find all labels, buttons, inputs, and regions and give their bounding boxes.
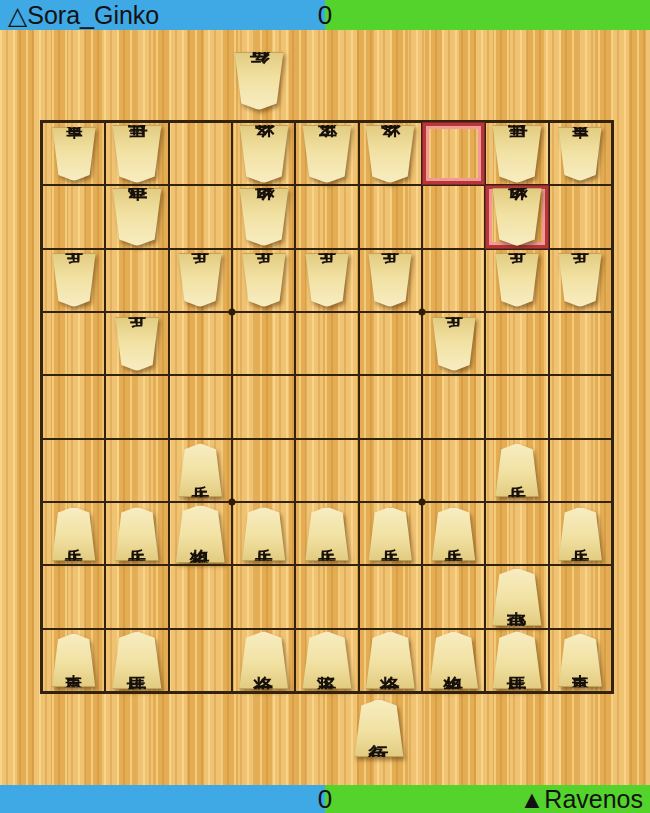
sente-score: 0 xyxy=(0,785,650,813)
board-cell-7-2[interactable] xyxy=(169,185,232,248)
piece-body: 歩兵 xyxy=(114,317,160,371)
piece-body: 歩兵 xyxy=(494,443,540,497)
board-cell-9-9[interactable]: 香車 xyxy=(42,629,105,692)
piece-kanji-label: 歩兵 xyxy=(508,469,526,472)
shogi-piece-sente-king[interactable]: 玉将 xyxy=(301,631,353,689)
piece-body: 歩兵 xyxy=(431,317,477,371)
shogi-piece-gote-pawn[interactable]: 歩兵 xyxy=(494,253,540,307)
board-cell-4-3[interactable]: 歩兵 xyxy=(359,249,422,312)
shogi-piece-sente-rook[interactable]: 飛車 xyxy=(491,568,543,626)
shogi-board: 香車桂馬金将王将金将桂馬香車飛車銀将銀将歩兵歩兵歩兵歩兵歩兵歩兵歩兵歩兵歩兵歩兵… xyxy=(40,120,614,694)
board-cell-7-1[interactable] xyxy=(169,122,232,185)
shogi-piece-sente-knight[interactable]: 桂馬 xyxy=(111,631,163,689)
board-cell-5-2[interactable] xyxy=(295,185,358,248)
piece-body: 角行 xyxy=(233,52,285,110)
board-cell-1-9[interactable]: 香車 xyxy=(549,629,612,692)
board-cell-3-1[interactable] xyxy=(422,122,485,185)
piece-body: 歩兵 xyxy=(51,507,97,561)
piece-kanji-label: 歩兵 xyxy=(255,532,273,535)
board-cell-1-3[interactable]: 歩兵 xyxy=(549,249,612,312)
board-cell-7-3[interactable]: 歩兵 xyxy=(169,249,232,312)
piece-body: 銀将 xyxy=(174,505,226,563)
board-cell-1-5[interactable] xyxy=(549,375,612,438)
piece-kanji-label: 桂馬 xyxy=(127,152,147,155)
board-cell-2-2[interactable]: 銀将 xyxy=(485,185,548,248)
board-cell-8-8[interactable] xyxy=(105,565,168,628)
board-cell-7-4[interactable] xyxy=(169,312,232,375)
piece-kanji-label: 歩兵 xyxy=(255,279,273,282)
board-cell-8-2[interactable]: 飛車 xyxy=(105,185,168,248)
piece-kanji-label: 飛車 xyxy=(507,595,527,598)
piece-body: 歩兵 xyxy=(431,507,477,561)
board-cell-5-3[interactable]: 歩兵 xyxy=(295,249,358,312)
piece-kanji-label: 香車 xyxy=(65,659,83,662)
shogi-piece-gote-pawn[interactable]: 歩兵 xyxy=(367,253,413,307)
board-cell-3-8[interactable] xyxy=(422,565,485,628)
board-cell-3-9[interactable]: 銀将 xyxy=(422,629,485,692)
piece-kanji-label: 歩兵 xyxy=(128,532,146,535)
piece-kanji-label: 歩兵 xyxy=(381,279,399,282)
board-cell-8-7[interactable]: 歩兵 xyxy=(105,502,168,565)
piece-body: 歩兵 xyxy=(241,507,287,561)
piece-kanji-label: 金将 xyxy=(380,659,400,662)
piece-body: 銀将 xyxy=(238,188,290,246)
board-cell-2-1[interactable]: 桂馬 xyxy=(485,122,548,185)
board-cell-8-1[interactable]: 桂馬 xyxy=(105,122,168,185)
board-cell-9-8[interactable] xyxy=(42,565,105,628)
board-star-point xyxy=(419,309,426,316)
shogi-piece-gote-gold[interactable]: 金将 xyxy=(238,125,290,183)
board-cell-4-7[interactable]: 歩兵 xyxy=(359,502,422,565)
piece-body: 玉将 xyxy=(301,631,353,689)
piece-body: 歩兵 xyxy=(304,253,350,307)
board-cell-9-6[interactable] xyxy=(42,439,105,502)
board-cell-2-4[interactable] xyxy=(485,312,548,375)
shogi-piece-sente-knight[interactable]: 桂馬 xyxy=(491,631,543,689)
board-cell-4-6[interactable] xyxy=(359,439,422,502)
board-cell-7-7[interactable]: 銀将 xyxy=(169,502,232,565)
board-cell-4-4[interactable] xyxy=(359,312,422,375)
board-cell-7-9[interactable] xyxy=(169,629,232,692)
bottom-player-bar: ▲Ravenos 0 xyxy=(0,785,650,813)
piece-body: 歩兵 xyxy=(304,507,350,561)
board-cell-8-3[interactable] xyxy=(105,249,168,312)
board-cell-2-6[interactable]: 歩兵 xyxy=(485,439,548,502)
shogi-piece-gote-lance[interactable]: 香車 xyxy=(557,127,603,181)
piece-kanji-label: 歩兵 xyxy=(445,342,463,345)
shogi-piece-sente-silver[interactable]: 銀将 xyxy=(428,631,480,689)
piece-kanji-label: 歩兵 xyxy=(445,532,463,535)
piece-body: 桂馬 xyxy=(491,125,543,183)
piece-kanji-label: 桂馬 xyxy=(507,152,527,155)
shogi-piece-sente-bishop[interactable]: 角行 xyxy=(353,699,405,757)
board-cell-4-9[interactable]: 金将 xyxy=(359,629,422,692)
piece-kanji-label: 歩兵 xyxy=(318,532,336,535)
piece-body: 金将 xyxy=(238,631,290,689)
shogi-piece-sente-pawn[interactable]: 歩兵 xyxy=(51,507,97,561)
board-cell-8-5[interactable] xyxy=(105,375,168,438)
shogi-piece-gote-knight[interactable]: 桂馬 xyxy=(491,125,543,183)
piece-body: 歩兵 xyxy=(367,507,413,561)
piece-body: 飛車 xyxy=(111,188,163,246)
board-cell-6-1[interactable]: 金将 xyxy=(232,122,295,185)
piece-kanji-label: 香車 xyxy=(571,659,589,662)
shogi-piece-gote-pawn[interactable]: 歩兵 xyxy=(304,253,350,307)
board-cell-2-3[interactable]: 歩兵 xyxy=(485,249,548,312)
piece-kanji-label: 角行 xyxy=(369,727,389,730)
piece-body: 飛車 xyxy=(491,568,543,626)
piece-kanji-label: 金将 xyxy=(380,152,400,155)
board-cell-2-9[interactable]: 桂馬 xyxy=(485,629,548,692)
shogi-piece-gote-pawn[interactable]: 歩兵 xyxy=(177,253,223,307)
piece-body: 歩兵 xyxy=(557,253,603,307)
piece-kanji-label: 玉将 xyxy=(317,659,337,662)
shogi-piece-gote-pawn[interactable]: 歩兵 xyxy=(114,317,160,371)
top-player-bar: △Sora_Ginko 0 xyxy=(0,0,650,30)
shogi-piece-gote-gold[interactable]: 金将 xyxy=(364,125,416,183)
shogi-piece-sente-pawn[interactable]: 歩兵 xyxy=(304,507,350,561)
piece-kanji-label: 銀将 xyxy=(444,659,464,662)
board-cell-8-6[interactable] xyxy=(105,439,168,502)
piece-body: 香車 xyxy=(51,633,97,687)
board-cell-9-1[interactable]: 香車 xyxy=(42,122,105,185)
board-cell-8-4[interactable]: 歩兵 xyxy=(105,312,168,375)
shogi-piece-sente-lance[interactable]: 香車 xyxy=(51,633,97,687)
board-cell-5-8[interactable] xyxy=(295,565,358,628)
board-cell-3-7[interactable]: 歩兵 xyxy=(422,502,485,565)
piece-body: 香車 xyxy=(557,127,603,181)
piece-kanji-label: 歩兵 xyxy=(191,469,209,472)
shogi-piece-gote-pawn[interactable]: 歩兵 xyxy=(51,253,97,307)
piece-kanji-label: 角行 xyxy=(249,80,269,83)
piece-kanji-label: 歩兵 xyxy=(571,532,589,535)
shogi-piece-gote-knight[interactable]: 桂馬 xyxy=(111,125,163,183)
piece-kanji-label: 香車 xyxy=(65,152,83,155)
board-cell-3-4[interactable]: 歩兵 xyxy=(422,312,485,375)
board-cell-3-6[interactable] xyxy=(422,439,485,502)
shogi-piece-gote-silver[interactable]: 銀将 xyxy=(238,188,290,246)
piece-body: 歩兵 xyxy=(494,253,540,307)
board-cell-6-4[interactable] xyxy=(232,312,295,375)
shogi-app: △Sora_Ginko 0 角行 香車桂馬金将王将金将桂馬香車飛車銀将銀将歩兵歩… xyxy=(0,0,650,813)
piece-kanji-label: 歩兵 xyxy=(65,279,83,282)
piece-body: 金将 xyxy=(364,631,416,689)
shogi-piece-gote-pawn[interactable]: 歩兵 xyxy=(431,317,477,371)
board-cell-5-5[interactable] xyxy=(295,375,358,438)
shogi-piece-sente-pawn[interactable]: 歩兵 xyxy=(367,507,413,561)
piece-body: 歩兵 xyxy=(114,507,160,561)
gote-hand-tray: 角行 xyxy=(233,52,285,110)
board-cell-6-3[interactable]: 歩兵 xyxy=(232,249,295,312)
shogi-piece-sente-gold[interactable]: 金将 xyxy=(364,631,416,689)
board-cell-9-7[interactable]: 歩兵 xyxy=(42,502,105,565)
board-cell-9-2[interactable] xyxy=(42,185,105,248)
shogi-piece-gote-silver[interactable]: 銀将 xyxy=(491,188,543,246)
shogi-piece-gote-lance[interactable]: 香車 xyxy=(51,127,97,181)
piece-kanji-label: 歩兵 xyxy=(318,279,336,282)
piece-body: 歩兵 xyxy=(241,253,287,307)
shogi-piece-gote-rook[interactable]: 飛車 xyxy=(111,188,163,246)
shogi-piece-gote-bishop[interactable]: 角行 xyxy=(233,52,285,110)
board-cell-3-2[interactable] xyxy=(422,185,485,248)
board-cell-1-7[interactable]: 歩兵 xyxy=(549,502,612,565)
shogi-piece-sente-pawn[interactable]: 歩兵 xyxy=(494,443,540,497)
piece-body: 香車 xyxy=(557,633,603,687)
shogi-piece-sente-pawn[interactable]: 歩兵 xyxy=(114,507,160,561)
piece-kanji-label: 香車 xyxy=(571,152,589,155)
board-cell-6-7[interactable]: 歩兵 xyxy=(232,502,295,565)
piece-kanji-label: 王将 xyxy=(317,152,337,155)
shogi-piece-sente-pawn[interactable]: 歩兵 xyxy=(241,507,287,561)
board-cell-4-1[interactable]: 金将 xyxy=(359,122,422,185)
board-cell-9-4[interactable] xyxy=(42,312,105,375)
board-cell-5-9[interactable]: 玉将 xyxy=(295,629,358,692)
board-cell-1-4[interactable] xyxy=(549,312,612,375)
shogi-piece-gote-king[interactable]: 王将 xyxy=(301,125,353,183)
board-cell-9-5[interactable] xyxy=(42,375,105,438)
piece-body: 桂馬 xyxy=(491,631,543,689)
piece-body: 歩兵 xyxy=(557,507,603,561)
piece-body: 金将 xyxy=(364,125,416,183)
shogi-piece-sente-pawn[interactable]: 歩兵 xyxy=(177,443,223,497)
gote-score: 0 xyxy=(0,0,650,30)
piece-kanji-label: 歩兵 xyxy=(508,279,526,282)
board-cell-4-8[interactable] xyxy=(359,565,422,628)
piece-kanji-label: 銀将 xyxy=(190,532,210,535)
board-star-point xyxy=(229,499,236,506)
piece-kanji-label: 歩兵 xyxy=(128,342,146,345)
piece-kanji-label: 歩兵 xyxy=(381,532,399,535)
piece-kanji-label: 飛車 xyxy=(127,215,147,218)
piece-kanji-label: 歩兵 xyxy=(571,279,589,282)
piece-kanji-label: 歩兵 xyxy=(191,279,209,282)
board-cell-2-7[interactable] xyxy=(485,502,548,565)
shogi-piece-sente-pawn[interactable]: 歩兵 xyxy=(557,507,603,561)
piece-body: 銀将 xyxy=(428,631,480,689)
board-cell-8-9[interactable]: 桂馬 xyxy=(105,629,168,692)
piece-kanji-label: 桂馬 xyxy=(127,659,147,662)
piece-body: 銀将 xyxy=(491,188,543,246)
piece-body: 香車 xyxy=(51,127,97,181)
shogi-piece-sente-silver[interactable]: 銀将 xyxy=(174,505,226,563)
piece-body: 桂馬 xyxy=(111,125,163,183)
board-star-point xyxy=(229,309,236,316)
piece-body: 桂馬 xyxy=(111,631,163,689)
board-cell-7-6[interactable]: 歩兵 xyxy=(169,439,232,502)
board-cell-3-3[interactable] xyxy=(422,249,485,312)
piece-body: 歩兵 xyxy=(367,253,413,307)
board-cell-5-6[interactable] xyxy=(295,439,358,502)
board-star-point xyxy=(419,499,426,506)
shogi-piece-sente-gold[interactable]: 金将 xyxy=(238,631,290,689)
board-cell-5-7[interactable]: 歩兵 xyxy=(295,502,358,565)
board-cell-5-1[interactable]: 王将 xyxy=(295,122,358,185)
shogi-piece-gote-pawn[interactable]: 歩兵 xyxy=(557,253,603,307)
board-cell-3-5[interactable] xyxy=(422,375,485,438)
board-cell-1-2[interactable] xyxy=(549,185,612,248)
board-cell-6-9[interactable]: 金将 xyxy=(232,629,295,692)
piece-kanji-label: 銀将 xyxy=(254,215,274,218)
piece-kanji-label: 桂馬 xyxy=(507,659,527,662)
shogi-piece-sente-pawn[interactable]: 歩兵 xyxy=(431,507,477,561)
board-cell-7-8[interactable] xyxy=(169,565,232,628)
piece-kanji-label: 歩兵 xyxy=(65,532,83,535)
piece-body: 歩兵 xyxy=(177,443,223,497)
board-cell-6-2[interactable]: 銀将 xyxy=(232,185,295,248)
shogi-piece-sente-lance[interactable]: 香車 xyxy=(557,633,603,687)
sente-hand-tray: 角行 xyxy=(353,699,405,757)
board-cell-6-5[interactable] xyxy=(232,375,295,438)
piece-body: 角行 xyxy=(353,699,405,757)
piece-kanji-label: 金将 xyxy=(254,659,274,662)
board-cell-9-3[interactable]: 歩兵 xyxy=(42,249,105,312)
piece-body: 歩兵 xyxy=(177,253,223,307)
piece-body: 金将 xyxy=(238,125,290,183)
piece-kanji-label: 金将 xyxy=(254,152,274,155)
board-cell-6-6[interactable] xyxy=(232,439,295,502)
board-cell-1-8[interactable] xyxy=(549,565,612,628)
board-cell-4-2[interactable] xyxy=(359,185,422,248)
board-cell-1-1[interactable]: 香車 xyxy=(549,122,612,185)
board-cell-5-4[interactable] xyxy=(295,312,358,375)
shogi-piece-gote-pawn[interactable]: 歩兵 xyxy=(241,253,287,307)
board-cell-7-5[interactable] xyxy=(169,375,232,438)
piece-kanji-label: 銀将 xyxy=(507,215,527,218)
piece-body: 歩兵 xyxy=(51,253,97,307)
board-cell-4-5[interactable] xyxy=(359,375,422,438)
board-cell-2-5[interactable] xyxy=(485,375,548,438)
board-cell-1-6[interactable] xyxy=(549,439,612,502)
board-cell-6-8[interactable] xyxy=(232,565,295,628)
piece-body: 王将 xyxy=(301,125,353,183)
board-cell-2-8[interactable]: 飛車 xyxy=(485,565,548,628)
